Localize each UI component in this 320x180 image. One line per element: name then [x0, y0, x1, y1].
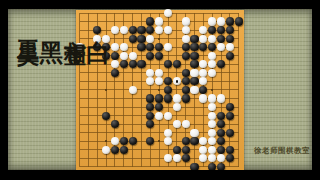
black-stone [190, 60, 198, 68]
black-stone [182, 94, 190, 102]
black-stone [235, 17, 243, 25]
black-stone [93, 43, 101, 51]
black-stone [199, 86, 207, 94]
black-stone [226, 17, 234, 25]
white-stone [199, 60, 207, 68]
white-stone [164, 43, 172, 51]
white-stone [208, 137, 216, 145]
black-stone [137, 35, 145, 43]
player-caption: 黑王星昊 白卞相壹 [17, 22, 110, 35]
black-stone [182, 69, 190, 77]
white-stone [208, 35, 216, 43]
black-stone [146, 112, 154, 120]
black-stone [155, 94, 163, 102]
white-stone [199, 154, 207, 162]
black-stone [164, 77, 172, 85]
black-stone [146, 120, 154, 128]
white-stone [190, 69, 198, 77]
white-stone [208, 103, 216, 111]
white-stone [120, 52, 128, 60]
grid-line-vertical [238, 13, 239, 167]
black-stone [129, 137, 137, 145]
black-stone [137, 60, 145, 68]
black-stone [155, 103, 163, 111]
white-stone [182, 35, 190, 43]
white-stone [155, 17, 163, 25]
white-stone [120, 43, 128, 51]
black-stone [146, 17, 154, 25]
last-move-marker [176, 80, 178, 82]
white-stone [208, 146, 216, 154]
white-stone [155, 26, 163, 34]
white-stone [199, 77, 207, 85]
black-stone [182, 154, 190, 162]
white-stone [111, 60, 119, 68]
white-stone [164, 137, 172, 145]
black-stone [226, 112, 234, 120]
white-label: 白 [87, 22, 110, 24]
white-stone [208, 154, 216, 162]
white-stone [199, 35, 207, 43]
white-player-name: 卞相壹 [63, 22, 89, 28]
black-stone [199, 43, 207, 51]
black-stone [182, 52, 190, 60]
black-stone [111, 120, 119, 128]
white-stone [199, 26, 207, 34]
black-stone [190, 77, 198, 85]
black-stone [102, 112, 110, 120]
star-point [158, 38, 160, 40]
black-stone [146, 52, 154, 60]
black-stone [208, 26, 216, 34]
white-stone [208, 112, 216, 120]
black-stone [182, 43, 190, 51]
letterbox-top [0, 0, 320, 9]
star-point [158, 89, 160, 91]
black-stone [120, 60, 128, 68]
black-stone [217, 112, 225, 120]
grid-line-vertical [176, 13, 177, 167]
black-stone [182, 86, 190, 94]
white-stone [173, 120, 181, 128]
white-stone [208, 69, 216, 77]
white-stone [208, 17, 216, 25]
star-point [105, 89, 107, 91]
black-stone [129, 35, 137, 43]
black-stone [164, 60, 172, 68]
black-stone [217, 146, 225, 154]
black-stone [146, 137, 154, 145]
black-stone [120, 146, 128, 154]
white-stone [173, 77, 181, 85]
black-stone [190, 52, 198, 60]
black-stone [164, 86, 172, 94]
white-stone [208, 120, 216, 128]
black-stone [111, 69, 119, 77]
white-stone [199, 137, 207, 145]
black-stone [217, 120, 225, 128]
white-stone [164, 112, 172, 120]
white-stone [155, 69, 163, 77]
white-stone [199, 146, 207, 154]
white-stone [226, 43, 234, 51]
white-stone [173, 94, 181, 102]
black-stone [182, 137, 190, 145]
letterbox-bottom [0, 170, 320, 180]
black-stone [190, 137, 198, 145]
black-stone [155, 52, 163, 60]
black-stone [226, 26, 234, 34]
black-stone [226, 146, 234, 154]
black-stone [182, 77, 190, 85]
white-stone [208, 94, 216, 102]
white-stone [182, 26, 190, 34]
black-stone [217, 35, 225, 43]
black-stone [226, 154, 234, 162]
black-stone [146, 43, 154, 51]
black-stone [217, 137, 225, 145]
white-stone [182, 17, 190, 25]
black-stone [137, 43, 145, 51]
white-stone [173, 103, 181, 111]
black-stone [190, 43, 198, 51]
white-stone [199, 69, 207, 77]
white-stone [164, 129, 172, 137]
black-stone [182, 146, 190, 154]
white-stone [111, 26, 119, 34]
white-stone [102, 35, 110, 43]
white-stone [129, 86, 137, 94]
white-stone [146, 69, 154, 77]
white-stone [155, 77, 163, 85]
white-stone [208, 52, 216, 60]
white-stone [208, 129, 216, 137]
white-stone [182, 120, 190, 128]
star-point [211, 89, 213, 91]
black-stone [146, 103, 154, 111]
black-stone [217, 129, 225, 137]
white-stone [217, 17, 225, 25]
black-player-column: 黑王星昊 [17, 22, 63, 35]
white-stone [190, 86, 198, 94]
white-stone [199, 94, 207, 102]
black-stone [137, 26, 145, 34]
black-stone [155, 43, 163, 51]
black-stone [146, 94, 154, 102]
black-stone [226, 35, 234, 43]
video-frame: 黑王星昊 白卞相壹 徐老师围棋教室 [0, 0, 320, 180]
white-stone [217, 94, 225, 102]
star-point [158, 140, 160, 142]
white-stone [190, 129, 198, 137]
black-stone [173, 146, 181, 154]
white-stone [164, 26, 172, 34]
white-stone [102, 146, 110, 154]
white-stone [146, 35, 154, 43]
black-label: 黑 [40, 22, 63, 24]
black-stone [190, 35, 198, 43]
black-stone [120, 137, 128, 145]
white-stone [217, 43, 225, 51]
white-stone [111, 43, 119, 51]
black-stone [129, 60, 137, 68]
white-stone [120, 26, 128, 34]
black-stone [226, 52, 234, 60]
white-stone [111, 137, 119, 145]
white-stone [217, 154, 225, 162]
white-stone [164, 9, 172, 17]
channel-watermark: 徐老师围棋教室 [254, 146, 312, 156]
black-stone [226, 103, 234, 111]
black-stone [226, 129, 234, 137]
white-stone [129, 52, 137, 60]
white-stone [173, 154, 181, 162]
black-player-name: 王星昊 [16, 22, 42, 28]
black-stone [129, 26, 137, 34]
black-stone [164, 94, 172, 102]
black-stone [111, 146, 119, 154]
black-stone [173, 60, 181, 68]
white-stone [208, 60, 216, 68]
star-point [105, 140, 107, 142]
black-stone [102, 43, 110, 51]
black-stone [217, 60, 225, 68]
black-stone [102, 52, 110, 60]
white-stone [155, 112, 163, 120]
white-stone [164, 154, 172, 162]
white-player-column: 白卞相壹 [64, 22, 110, 35]
black-stone [208, 43, 216, 51]
black-stone [111, 52, 119, 60]
black-stone [146, 26, 154, 34]
white-stone [146, 77, 154, 85]
white-stone [75, 43, 83, 51]
white-stone [93, 35, 101, 43]
black-stone [217, 26, 225, 34]
